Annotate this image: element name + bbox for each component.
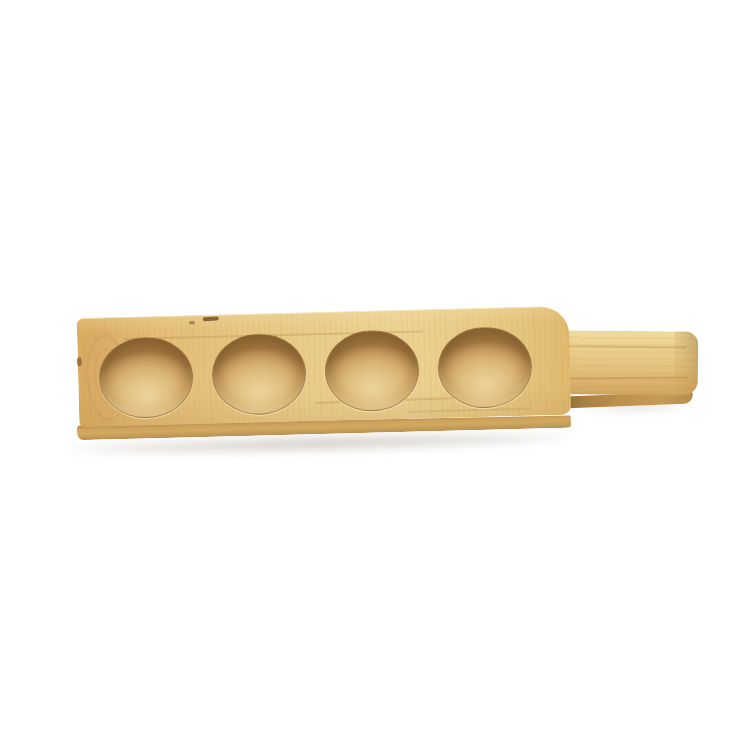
- wood-knot: [77, 357, 82, 366]
- pit-cell: [427, 323, 542, 410]
- pit-4: [436, 325, 532, 409]
- photo-background: [0, 0, 750, 750]
- wood-knot: [189, 321, 195, 324]
- pit-2: [210, 332, 306, 416]
- pit-1: [97, 335, 193, 419]
- pit-3: [323, 328, 419, 412]
- pit-cell: [314, 327, 429, 414]
- handle-tip-bevel: [674, 331, 699, 395]
- pit-cell: [201, 330, 316, 417]
- pit-grid: [88, 323, 542, 420]
- wood-grain-streak: [562, 377, 688, 380]
- paddle-handle: [556, 330, 699, 395]
- wood-grain-streak: [564, 345, 686, 348]
- pit-cell: [88, 333, 203, 420]
- wood-knot: [203, 316, 219, 321]
